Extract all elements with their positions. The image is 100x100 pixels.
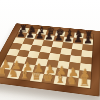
black-pawn: ♟ xyxy=(83,35,92,45)
black-pawn: ♟ xyxy=(35,30,44,40)
black-pawn: ♟ xyxy=(44,31,53,41)
white-rook: ♜ xyxy=(78,75,89,87)
black-pawn: ♟ xyxy=(16,29,25,39)
square-h1[interactable]: ♜ xyxy=(78,78,91,88)
square-f1[interactable]: ♝ xyxy=(54,75,67,85)
white-queen: ♛ xyxy=(31,70,42,82)
square-f7[interactable]: ♟ xyxy=(63,37,74,43)
square-g1[interactable]: ♞ xyxy=(66,77,79,87)
black-pawn: ♟ xyxy=(73,34,82,44)
square-e1[interactable]: ♚ xyxy=(42,74,56,84)
white-bishop: ♝ xyxy=(54,73,65,85)
square-g7[interactable]: ♟ xyxy=(73,38,84,44)
square-h7[interactable]: ♟ xyxy=(83,39,93,46)
black-pawn: ♟ xyxy=(54,32,63,42)
black-pawn: ♟ xyxy=(26,30,35,40)
white-rook: ♜ xyxy=(0,66,7,78)
square-b4[interactable] xyxy=(17,50,30,57)
square-e7[interactable]: ♟ xyxy=(53,36,64,42)
white-king: ♚ xyxy=(42,71,53,83)
square-f5[interactable] xyxy=(60,48,72,55)
white-knight: ♞ xyxy=(8,67,19,79)
chess-set: ♜♞♝♛♚♝♞♜♟♟♟♟♟♟♟♟♟♟♟♟♟♟♟♟♜♞♝♛♚♝♞♜ xyxy=(0,23,100,96)
square-a4[interactable] xyxy=(7,49,20,56)
black-pawn: ♟ xyxy=(64,33,73,43)
white-knight: ♞ xyxy=(66,74,77,86)
chess-board: ♜♞♝♛♚♝♞♜♟♟♟♟♟♟♟♟♟♟♟♟♟♟♟♟♜♞♝♛♚♝♞♜ xyxy=(0,27,93,88)
white-bishop: ♝ xyxy=(19,68,30,80)
photo-background: ♜♞♝♛♚♝♞♜♟♟♟♟♟♟♟♟♟♟♟♟♟♟♟♟♜♞♝♛♚♝♞♜ xyxy=(0,0,100,100)
chess-board-frame: ♜♞♝♛♚♝♞♜♟♟♟♟♟♟♟♟♟♟♟♟♟♟♟♟♜♞♝♛♚♝♞♜ xyxy=(0,23,100,96)
square-c5[interactable] xyxy=(30,45,42,52)
